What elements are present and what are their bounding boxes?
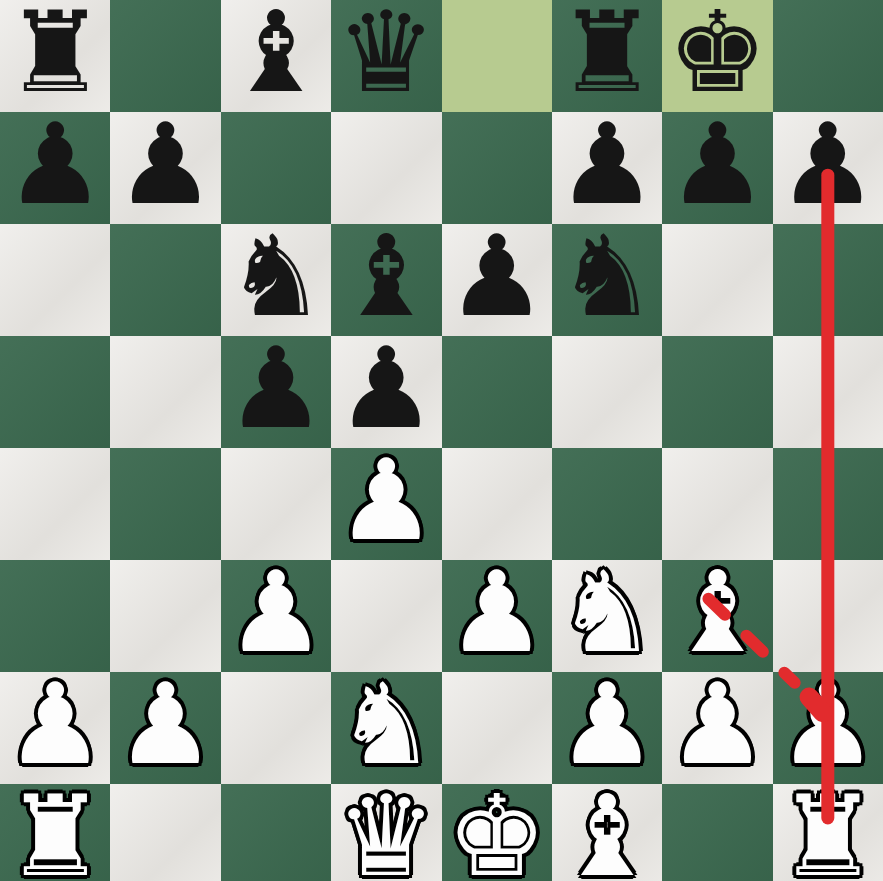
square-d5[interactable]: ♟ <box>331 336 441 448</box>
square-g1[interactable] <box>662 784 772 881</box>
square-d4[interactable]: ♟ <box>331 448 441 560</box>
square-a5[interactable] <box>0 336 110 448</box>
square-d3[interactable] <box>331 560 441 672</box>
square-a6[interactable] <box>0 224 110 336</box>
square-e7[interactable] <box>442 112 552 224</box>
square-a7[interactable]: ♟ <box>0 112 110 224</box>
square-e2[interactable] <box>442 672 552 784</box>
square-a4[interactable] <box>0 448 110 560</box>
white-rook[interactable]: ♜ <box>5 780 105 881</box>
white-rook[interactable]: ♜ <box>778 780 878 881</box>
square-b8[interactable] <box>110 0 220 112</box>
square-c6[interactable]: ♞ <box>221 224 331 336</box>
square-h3[interactable] <box>773 560 883 672</box>
square-b1[interactable] <box>110 784 220 881</box>
square-e4[interactable] <box>442 448 552 560</box>
black-king[interactable]: ♚ <box>667 0 767 108</box>
white-king[interactable]: ♚ <box>446 780 546 881</box>
square-f5[interactable] <box>552 336 662 448</box>
square-a3[interactable] <box>0 560 110 672</box>
square-f8[interactable]: ♜ <box>552 0 662 112</box>
black-knight[interactable]: ♞ <box>226 220 326 332</box>
white-pawn[interactable]: ♟ <box>336 444 436 556</box>
square-h6[interactable] <box>773 224 883 336</box>
square-c3[interactable]: ♟ <box>221 560 331 672</box>
chess-app-canvas: ♜♝♛♜♚♟♟♟♟♟♞♝♟♞♟♟♟♟♟♞♝♟♟♞♟♟♟♜♛♚♝♜ <box>0 0 883 881</box>
square-d6[interactable]: ♝ <box>331 224 441 336</box>
black-pawn[interactable]: ♟ <box>336 332 436 444</box>
white-queen[interactable]: ♛ <box>336 780 436 881</box>
square-c1[interactable] <box>221 784 331 881</box>
white-bishop[interactable]: ♝ <box>667 556 767 668</box>
square-d8[interactable]: ♛ <box>331 0 441 112</box>
square-g5[interactable] <box>662 336 772 448</box>
square-g3[interactable]: ♝ <box>662 560 772 672</box>
white-pawn[interactable]: ♟ <box>667 668 767 780</box>
square-g6[interactable] <box>662 224 772 336</box>
white-pawn[interactable]: ♟ <box>5 668 105 780</box>
square-c4[interactable] <box>221 448 331 560</box>
square-f3[interactable]: ♞ <box>552 560 662 672</box>
black-pawn[interactable]: ♟ <box>446 220 546 332</box>
white-knight[interactable]: ♞ <box>336 668 436 780</box>
square-h2[interactable]: ♟ <box>773 672 883 784</box>
black-rook[interactable]: ♜ <box>5 0 105 108</box>
square-e6[interactable]: ♟ <box>442 224 552 336</box>
black-bishop[interactable]: ♝ <box>226 0 326 108</box>
square-c5[interactable]: ♟ <box>221 336 331 448</box>
square-b2[interactable]: ♟ <box>110 672 220 784</box>
black-queen[interactable]: ♛ <box>336 0 436 108</box>
black-pawn[interactable]: ♟ <box>557 108 657 220</box>
white-knight[interactable]: ♞ <box>557 556 657 668</box>
square-e3[interactable]: ♟ <box>442 560 552 672</box>
square-c2[interactable] <box>221 672 331 784</box>
black-rook[interactable]: ♜ <box>557 0 657 108</box>
square-c7[interactable] <box>221 112 331 224</box>
black-pawn[interactable]: ♟ <box>115 108 215 220</box>
square-g4[interactable] <box>662 448 772 560</box>
white-pawn[interactable]: ♟ <box>446 556 546 668</box>
square-e5[interactable] <box>442 336 552 448</box>
square-b7[interactable]: ♟ <box>110 112 220 224</box>
square-e1[interactable]: ♚ <box>442 784 552 881</box>
white-bishop[interactable]: ♝ <box>557 780 657 881</box>
white-pawn[interactable]: ♟ <box>778 668 878 780</box>
black-pawn[interactable]: ♟ <box>5 108 105 220</box>
black-pawn[interactable]: ♟ <box>667 108 767 220</box>
square-f4[interactable] <box>552 448 662 560</box>
square-b3[interactable] <box>110 560 220 672</box>
square-f7[interactable]: ♟ <box>552 112 662 224</box>
square-b5[interactable] <box>110 336 220 448</box>
square-a1[interactable]: ♜ <box>0 784 110 881</box>
black-pawn[interactable]: ♟ <box>226 332 326 444</box>
white-pawn[interactable]: ♟ <box>115 668 215 780</box>
square-d7[interactable] <box>331 112 441 224</box>
square-h7[interactable]: ♟ <box>773 112 883 224</box>
black-knight[interactable]: ♞ <box>557 220 657 332</box>
square-h8[interactable] <box>773 0 883 112</box>
square-g8[interactable]: ♚ <box>662 0 772 112</box>
square-h4[interactable] <box>773 448 883 560</box>
black-bishop[interactable]: ♝ <box>336 220 436 332</box>
square-f6[interactable]: ♞ <box>552 224 662 336</box>
white-pawn[interactable]: ♟ <box>226 556 326 668</box>
square-b6[interactable] <box>110 224 220 336</box>
square-h5[interactable] <box>773 336 883 448</box>
chess-board: ♜♝♛♜♚♟♟♟♟♟♞♝♟♞♟♟♟♟♟♞♝♟♟♞♟♟♟♜♛♚♝♜ <box>0 0 883 881</box>
square-e8[interactable] <box>442 0 552 112</box>
square-g7[interactable]: ♟ <box>662 112 772 224</box>
square-c8[interactable]: ♝ <box>221 0 331 112</box>
white-pawn[interactable]: ♟ <box>557 668 657 780</box>
square-a8[interactable]: ♜ <box>0 0 110 112</box>
square-d1[interactable]: ♛ <box>331 784 441 881</box>
square-g2[interactable]: ♟ <box>662 672 772 784</box>
square-a2[interactable]: ♟ <box>0 672 110 784</box>
square-b4[interactable] <box>110 448 220 560</box>
square-d2[interactable]: ♞ <box>331 672 441 784</box>
square-f2[interactable]: ♟ <box>552 672 662 784</box>
square-h1[interactable]: ♜ <box>773 784 883 881</box>
square-f1[interactable]: ♝ <box>552 784 662 881</box>
black-pawn[interactable]: ♟ <box>778 108 878 220</box>
